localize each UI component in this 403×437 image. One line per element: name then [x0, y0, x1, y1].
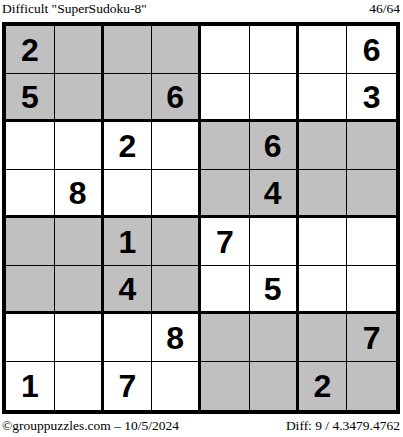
cell-r6c2 [55, 266, 104, 314]
cell-r5c5: 7 [201, 218, 250, 266]
cell-r7c3 [104, 314, 153, 362]
footer: ©grouppuzzles.com – 10/5/2024 Diff: 9 / … [2, 418, 400, 436]
cell-r4c4 [152, 170, 201, 218]
cell-r2c8: 3 [347, 74, 396, 122]
cell-r6c8 [347, 266, 396, 314]
cell-r2c5 [201, 74, 250, 122]
cell-r1c3 [104, 26, 153, 74]
cell-r1c4 [152, 26, 201, 74]
cell-r5c2 [55, 218, 104, 266]
cell-r8c6 [250, 362, 299, 410]
cell-r2c6 [250, 74, 299, 122]
cell-r1c6 [250, 26, 299, 74]
cell-r4c7 [299, 170, 348, 218]
cell-r3c5 [201, 122, 250, 170]
cell-r8c3: 7 [104, 362, 153, 410]
cell-r4c1 [6, 170, 55, 218]
cell-r3c3: 2 [104, 122, 153, 170]
cell-r5c3: 1 [104, 218, 153, 266]
cell-r7c4: 8 [152, 314, 201, 362]
cell-r4c5 [201, 170, 250, 218]
puzzle-counter: 46/64 [369, 1, 400, 17]
cell-r3c4 [152, 122, 201, 170]
cell-r6c5 [201, 266, 250, 314]
cell-r1c8: 6 [347, 26, 396, 74]
cell-r5c4 [152, 218, 201, 266]
cell-r5c1 [6, 218, 55, 266]
cell-r4c6: 4 [250, 170, 299, 218]
cell-r7c6 [250, 314, 299, 362]
cell-r2c2 [55, 74, 104, 122]
cell-r1c2 [55, 26, 104, 74]
cell-r2c3 [104, 74, 153, 122]
cell-r3c7 [299, 122, 348, 170]
cell-r6c4 [152, 266, 201, 314]
cell-r7c2 [55, 314, 104, 362]
cell-r4c8 [347, 170, 396, 218]
cell-r4c3 [104, 170, 153, 218]
cell-r8c5 [201, 362, 250, 410]
cell-r1c1: 2 [6, 26, 55, 74]
difficulty-rating: Diff: 9 / 4.3479.4762 [286, 418, 400, 434]
cell-r1c5 [201, 26, 250, 74]
cell-r5c6 [250, 218, 299, 266]
cell-r3c2 [55, 122, 104, 170]
cell-r6c1 [6, 266, 55, 314]
cell-r2c7 [299, 74, 348, 122]
cell-r6c3: 4 [104, 266, 153, 314]
cell-r8c7: 2 [299, 362, 348, 410]
cell-r6c7 [299, 266, 348, 314]
cell-r3c1 [6, 122, 55, 170]
cell-r5c8 [347, 218, 396, 266]
cell-r8c8 [347, 362, 396, 410]
cell-r7c7 [299, 314, 348, 362]
cell-r6c6: 5 [250, 266, 299, 314]
cell-r8c4 [152, 362, 201, 410]
cell-r3c8 [347, 122, 396, 170]
cell-r7c5 [201, 314, 250, 362]
header: Difficult "SuperSudoku-8" 46/64 [2, 1, 400, 19]
cell-r3c6: 6 [250, 122, 299, 170]
copyright-text: ©grouppuzzles.com – 10/5/2024 [2, 418, 179, 434]
sudoku-board: 265632684174587172 [2, 22, 400, 414]
cell-r1c7 [299, 26, 348, 74]
cell-r4c2: 8 [55, 170, 104, 218]
cell-r7c1 [6, 314, 55, 362]
page-title: Difficult "SuperSudoku-8" [2, 1, 147, 17]
cell-r2c4: 6 [152, 74, 201, 122]
cell-r8c1: 1 [6, 362, 55, 410]
cell-r5c7 [299, 218, 348, 266]
cell-r8c2 [55, 362, 104, 410]
cell-r2c1: 5 [6, 74, 55, 122]
cell-r7c8: 7 [347, 314, 396, 362]
